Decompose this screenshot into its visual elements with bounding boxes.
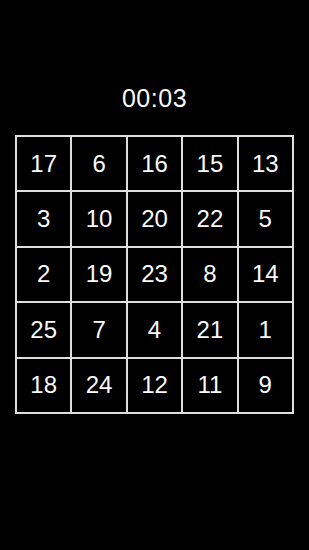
grid-cell[interactable]: 13 <box>238 136 293 191</box>
grid-cell[interactable]: 19 <box>71 247 126 302</box>
grid-cell[interactable]: 3 <box>16 191 71 246</box>
grid-cell[interactable]: 24 <box>71 358 126 413</box>
grid-cell[interactable]: 23 <box>127 247 182 302</box>
grid-cell[interactable]: 12 <box>127 358 182 413</box>
grid-cell[interactable]: 7 <box>71 302 126 357</box>
grid-cell[interactable]: 9 <box>238 358 293 413</box>
grid-cell[interactable]: 17 <box>16 136 71 191</box>
grid-cell[interactable]: 20 <box>127 191 182 246</box>
grid-cell[interactable]: 14 <box>238 247 293 302</box>
grid-cell[interactable]: 1 <box>238 302 293 357</box>
grid-cell[interactable]: 8 <box>182 247 237 302</box>
grid-cell[interactable]: 15 <box>182 136 237 191</box>
grid-cell[interactable]: 21 <box>182 302 237 357</box>
grid-cell[interactable]: 11 <box>182 358 237 413</box>
grid-cell[interactable]: 4 <box>127 302 182 357</box>
grid-cell[interactable]: 18 <box>16 358 71 413</box>
app-screen: 00:03 1761615133102022521923814257421118… <box>0 0 309 550</box>
grid-cell[interactable]: 6 <box>71 136 126 191</box>
schulte-grid: 1761615133102022521923814257421118241211… <box>15 135 294 414</box>
grid-cell[interactable]: 25 <box>16 302 71 357</box>
grid-cell[interactable]: 16 <box>127 136 182 191</box>
grid-cell[interactable]: 5 <box>238 191 293 246</box>
grid-cell[interactable]: 2 <box>16 247 71 302</box>
grid-cell[interactable]: 10 <box>71 191 126 246</box>
timer-display: 00:03 <box>0 84 309 112</box>
grid-cell[interactable]: 22 <box>182 191 237 246</box>
